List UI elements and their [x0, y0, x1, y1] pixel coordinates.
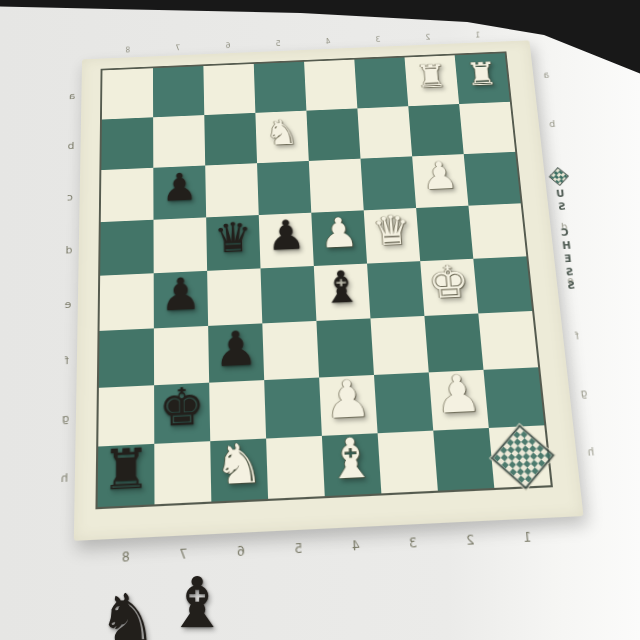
- piece-black-pawn-f6[interactable]: ♟: [214, 323, 259, 373]
- square-e4[interactable]: ♝: [314, 264, 371, 321]
- piece-black-pawn-c7[interactable]: ♟: [161, 168, 197, 207]
- file-label-right-g: g: [577, 387, 591, 399]
- square-g2[interactable]: ♟: [429, 370, 489, 431]
- photo-scene: ♜♜♞♟♟♛♟♟♛♟♝♚♟♚♟♟♜♞♝ abcdefgh abcdefgh 87…: [0, 0, 640, 640]
- chess-board: ♜♜♞♟♟♛♟♟♛♟♝♚♟♚♟♟♜♞♝ abcdefgh abcdefgh 87…: [74, 40, 584, 541]
- rank-label-top-5: 5: [253, 39, 303, 49]
- piece-black-queen-d6[interactable]: ♛: [213, 217, 252, 259]
- piece-white-bishop-h4[interactable]: ♝: [325, 431, 377, 488]
- piece-white-pawn-g2[interactable]: ♟: [433, 368, 483, 421]
- square-d8[interactable]: [100, 220, 154, 276]
- square-e8[interactable]: [100, 273, 154, 331]
- square-c4[interactable]: [309, 159, 364, 213]
- square-e2[interactable]: ♚: [420, 259, 478, 316]
- rank-label-top-6: 6: [203, 41, 253, 51]
- captured-pieces-tray: ♞♝: [90, 558, 290, 640]
- square-b1[interactable]: [459, 102, 515, 154]
- square-b3[interactable]: [357, 106, 412, 158]
- square-c5[interactable]: [257, 161, 311, 215]
- rank-label-top-8: 8: [103, 45, 153, 55]
- square-b4[interactable]: [306, 108, 360, 161]
- square-g3[interactable]: [374, 372, 433, 433]
- rank-label-bottom-5: 5: [270, 540, 328, 558]
- piece-white-queen-d3[interactable]: ♛: [371, 210, 412, 252]
- square-e3[interactable]: [367, 261, 424, 318]
- file-label-left-d: d: [63, 244, 75, 257]
- square-c7[interactable]: ♟: [153, 165, 206, 219]
- piece-white-pawn-d4[interactable]: ♟: [319, 212, 359, 254]
- piece-black-rook-h8[interactable]: ♜: [101, 441, 150, 499]
- piece-black-bishop-e4[interactable]: ♝: [320, 264, 363, 310]
- piece-white-rook-a1[interactable]: ♜: [465, 58, 499, 91]
- square-e5[interactable]: [261, 266, 317, 323]
- brand-us-chess: US CHESS: [548, 169, 582, 293]
- file-label-left-c: c: [64, 191, 76, 203]
- square-e1[interactable]: [473, 256, 532, 313]
- square-g7[interactable]: ♚: [154, 383, 210, 444]
- square-c6[interactable]: [205, 163, 259, 217]
- square-d3[interactable]: ♛: [364, 208, 420, 264]
- square-e6[interactable]: [207, 268, 262, 325]
- us-chess-logo-icon: [548, 167, 568, 186]
- piece-white-rook-a2[interactable]: ♜: [415, 60, 449, 93]
- rank-label-top-3: 3: [353, 35, 403, 45]
- square-c3[interactable]: [361, 156, 417, 210]
- square-a3[interactable]: [354, 57, 408, 108]
- file-label-right-f: f: [570, 330, 583, 341]
- square-a4[interactable]: [304, 60, 357, 111]
- square-b8[interactable]: [101, 117, 153, 170]
- rank-label-bottom-2: 2: [441, 531, 499, 549]
- square-h7[interactable]: [154, 441, 211, 504]
- square-b2[interactable]: [408, 104, 463, 156]
- piece-white-pawn-g4[interactable]: ♟: [324, 374, 373, 427]
- piece-white-pawn-c2[interactable]: ♟: [420, 157, 459, 196]
- square-h2[interactable]: [433, 428, 494, 491]
- piece-white-king-e2[interactable]: ♚: [427, 260, 471, 306]
- square-c1[interactable]: [464, 152, 521, 206]
- rank-label-top-4: 4: [303, 37, 353, 47]
- square-c8[interactable]: [101, 168, 154, 222]
- square-c2[interactable]: ♟: [412, 154, 468, 208]
- square-e7[interactable]: ♟: [154, 271, 208, 329]
- square-d2[interactable]: [416, 206, 473, 262]
- rank-label-bottom-1: 1: [498, 528, 557, 546]
- square-d5[interactable]: ♟: [259, 213, 314, 269]
- piece-black-pawn-e7[interactable]: ♟: [160, 272, 201, 318]
- square-g1[interactable]: [483, 367, 544, 428]
- square-g5[interactable]: [264, 378, 322, 439]
- piece-white-knight-h6[interactable]: ♞: [214, 436, 264, 494]
- square-h4[interactable]: ♝: [322, 433, 381, 496]
- rank-label-bottom-3: 3: [384, 534, 442, 552]
- file-label-left-g: g: [59, 412, 72, 426]
- file-label-left-h: h: [58, 471, 71, 485]
- square-d6[interactable]: ♛: [206, 215, 260, 271]
- square-h8[interactable]: ♜: [98, 444, 155, 507]
- rank-label-top-2: 2: [403, 33, 453, 43]
- square-a2[interactable]: ♜: [405, 55, 460, 106]
- file-label-left-e: e: [62, 298, 74, 311]
- square-h5[interactable]: [266, 436, 325, 499]
- square-d7[interactable]: [153, 217, 207, 273]
- board-grid: ♜♜♞♟♟♛♟♟♛♟♝♚♟♚♟♟♜♞♝: [98, 53, 551, 507]
- captured-black-bishop[interactable]: ♝: [166, 568, 229, 638]
- piece-black-pawn-d5[interactable]: ♟: [266, 215, 306, 257]
- file-label-right-h: h: [584, 446, 598, 458]
- file-label-right-b: b: [546, 119, 558, 129]
- square-h6[interactable]: ♞: [210, 439, 268, 502]
- square-f1[interactable]: [478, 311, 538, 370]
- file-label-left-b: b: [65, 140, 77, 152]
- rank-label-bottom-4: 4: [327, 537, 385, 555]
- rank-label-top-1: 1: [453, 31, 504, 41]
- square-a8[interactable]: [102, 68, 153, 119]
- captured-black-knight[interactable]: ♞: [98, 586, 157, 640]
- square-h3[interactable]: [378, 431, 438, 494]
- square-b5[interactable]: ♞: [255, 111, 308, 164]
- square-a7[interactable]: [153, 66, 204, 117]
- square-f8[interactable]: [99, 328, 154, 387]
- file-label-left-a: a: [66, 90, 78, 102]
- square-f5[interactable]: [262, 321, 319, 380]
- file-label-right-a: a: [540, 70, 552, 80]
- square-a5[interactable]: [254, 62, 307, 113]
- piece-black-king-g7[interactable]: ♚: [159, 381, 206, 435]
- board-border: ♜♜♞♟♟♛♟♟♛♟♝♚♟♚♟♟♜♞♝ abcdefgh abcdefgh 87…: [74, 40, 584, 541]
- square-d1[interactable]: [468, 203, 526, 258]
- file-label-left-f: f: [61, 354, 73, 368]
- square-f3[interactable]: [370, 316, 428, 375]
- brand-text: US CHESS: [555, 188, 578, 293]
- square-f6[interactable]: ♟: [208, 323, 264, 382]
- square-b6[interactable]: [204, 113, 257, 166]
- piece-white-knight-b5[interactable]: ♞: [264, 114, 299, 150]
- square-b7[interactable]: [153, 115, 205, 168]
- square-d4[interactable]: ♟: [311, 210, 367, 266]
- square-a6[interactable]: [203, 64, 255, 115]
- rank-label-top-7: 7: [153, 43, 203, 53]
- square-a1[interactable]: ♜: [455, 53, 510, 104]
